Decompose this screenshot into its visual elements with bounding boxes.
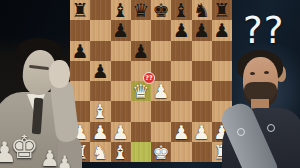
piece-white-bishop: ♝ — [92, 101, 109, 121]
square-d2 — [131, 122, 151, 142]
piece-black-pawn: ♟ — [193, 20, 210, 40]
square-g8: ♞ — [192, 0, 212, 20]
piece-black-pawn: ♟ — [213, 20, 230, 40]
square-b1: ♞ — [90, 142, 110, 162]
square-c7: ♟ — [111, 20, 131, 40]
piece-black-king: ♚ — [153, 0, 170, 20]
piece-black-pawn: ♟ — [132, 41, 149, 61]
piece-black-rook: ♜ — [213, 0, 230, 20]
square-d3 — [131, 101, 151, 121]
piece-white-bishop: ♝ — [112, 142, 129, 162]
piece-black-rook: ♜ — [72, 0, 89, 20]
square-b8 — [90, 0, 110, 20]
piece-black-bishop: ♝ — [173, 0, 190, 20]
square-c2: ♟ — [111, 122, 131, 142]
thumbnail-stage: ?? ♜♝♛♚♝♞♜♟♟♟♟♟♟♟♛♟♝♟♟♟♟♟♟♜♞♝♚♜ ?? ♟ ♚ ♟… — [0, 0, 300, 168]
piece-black-pawn: ♟ — [112, 20, 129, 40]
square-e8: ♚ — [151, 0, 171, 20]
square-c3 — [111, 101, 131, 121]
square-e3 — [151, 101, 171, 121]
square-c4 — [111, 81, 131, 101]
piece-white-pawn: ♟ — [92, 122, 109, 142]
square-e7 — [151, 20, 171, 40]
square-d7 — [131, 20, 151, 40]
square-g7: ♟ — [192, 20, 212, 40]
square-b4 — [90, 81, 110, 101]
square-f8: ♝ — [171, 0, 191, 20]
piece-white-king: ♚ — [153, 142, 170, 162]
square-d1 — [131, 142, 151, 162]
blunder-badge: ?? — [143, 72, 155, 84]
foreground-king-icon: ♚ — [10, 128, 39, 166]
piece-black-bishop: ♝ — [112, 0, 129, 20]
right-player-photo — [188, 44, 300, 168]
square-b2: ♟ — [90, 122, 110, 142]
square-c6 — [111, 41, 131, 61]
square-c8: ♝ — [111, 0, 131, 20]
square-b7 — [90, 20, 110, 40]
square-f7: ♟ — [171, 20, 191, 40]
piece-white-pawn: ♟ — [153, 81, 170, 101]
vest-logo-icon — [267, 124, 275, 132]
square-a8: ♜ — [70, 0, 90, 20]
square-d4: ♛ — [131, 81, 151, 101]
square-h8: ♜ — [212, 0, 232, 20]
piece-white-pawn: ♟ — [112, 122, 129, 142]
square-c5 — [111, 61, 131, 81]
right-player-eye — [264, 71, 269, 74]
square-d6: ♟ — [131, 41, 151, 61]
square-b5: ♟ — [90, 61, 110, 81]
piece-black-pawn: ♟ — [92, 61, 109, 81]
piece-black-knight: ♞ — [193, 0, 210, 20]
left-player-photo: ♟ ♚ ♟ ♟ — [0, 36, 82, 168]
square-e1: ♚ — [151, 142, 171, 162]
square-e2 — [151, 122, 171, 142]
square-h7: ♟ — [212, 20, 232, 40]
foreground-pawn2-icon: ♟ — [57, 152, 72, 168]
left-player-hand — [49, 60, 70, 88]
square-b6 — [90, 41, 110, 61]
piece-black-queen: ♛ — [132, 0, 149, 20]
piece-white-queen: ♛ — [132, 81, 149, 101]
piece-white-knight: ♞ — [92, 142, 109, 162]
square-e6 — [151, 41, 171, 61]
square-d8: ♛ — [131, 0, 151, 20]
square-e4: ♟ — [151, 81, 171, 101]
piece-black-pawn: ♟ — [173, 20, 190, 40]
square-b3: ♝ — [90, 101, 110, 121]
headline-question-marks: ?? — [243, 9, 284, 52]
right-player-eye — [250, 72, 255, 75]
vest-logo-icon — [237, 128, 245, 136]
square-c1: ♝ — [111, 142, 131, 162]
